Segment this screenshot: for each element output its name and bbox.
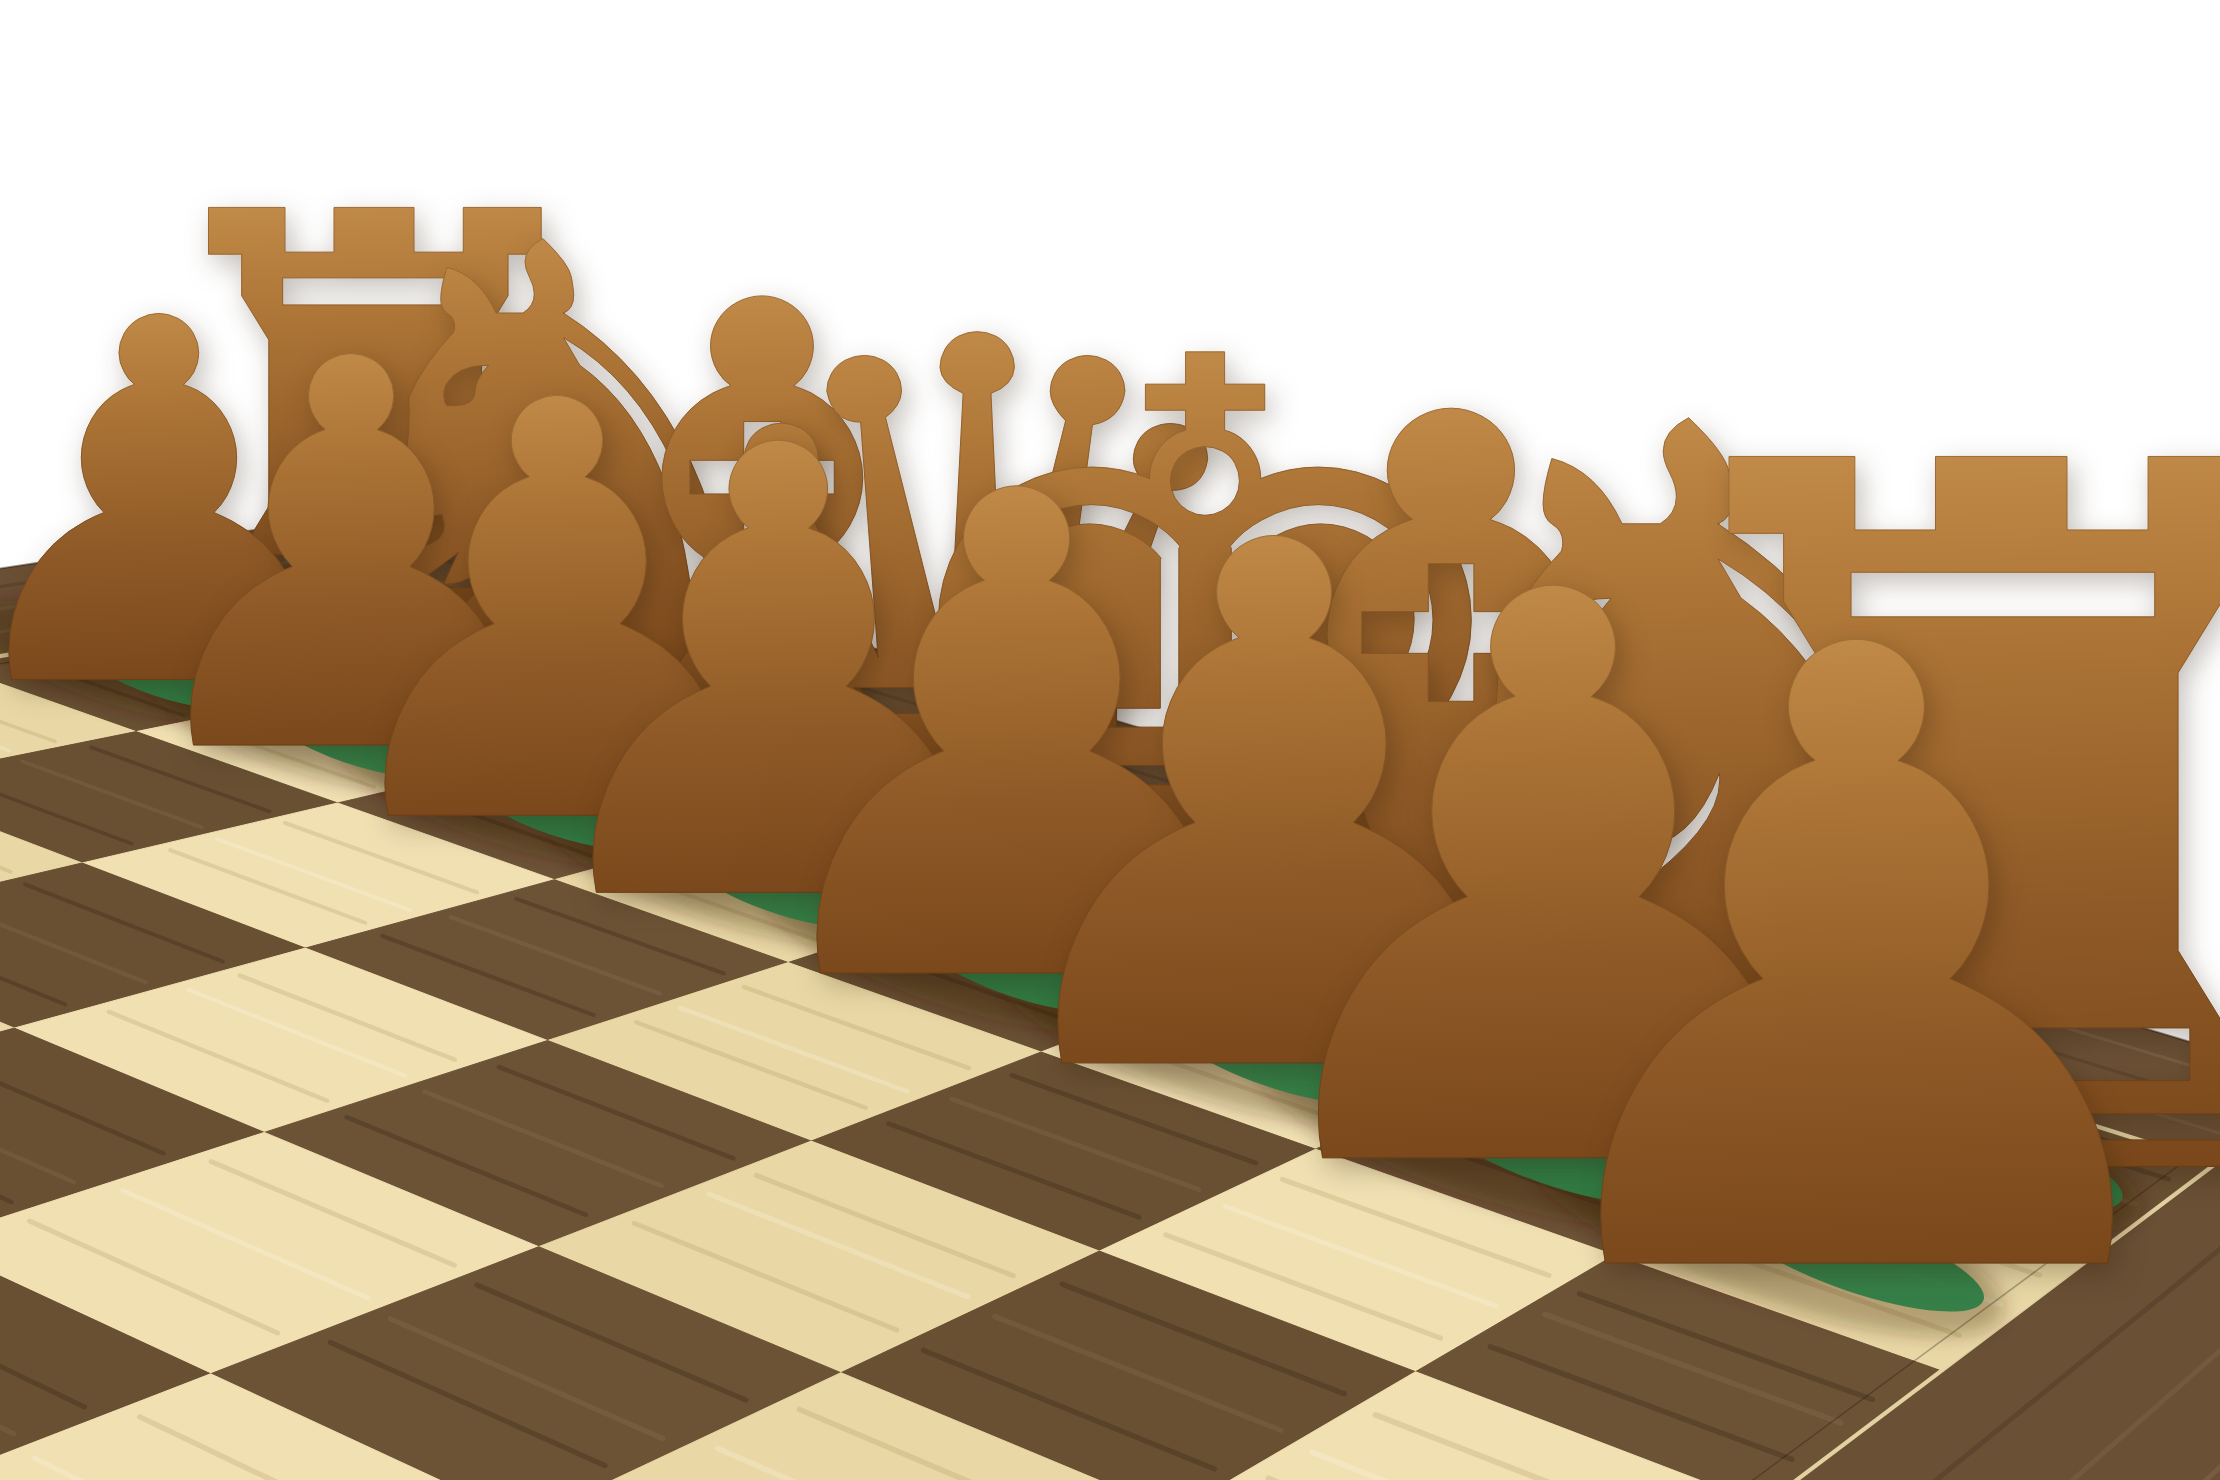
chess-board (0, 0, 2220, 1480)
product-photo: ♜♟♞♟♝♟♛♟♚♟♝♟♞♟♜♟ (0, 0, 2220, 1480)
